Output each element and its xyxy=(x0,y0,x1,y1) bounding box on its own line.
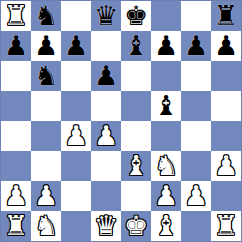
square-c3[interactable] xyxy=(61,151,91,181)
square-f8[interactable] xyxy=(151,1,181,31)
square-a1[interactable]: ♜ xyxy=(1,211,31,241)
square-d3[interactable] xyxy=(91,151,121,181)
square-e5[interactable] xyxy=(121,91,151,121)
square-e7[interactable]: ♝ xyxy=(121,31,151,61)
square-b5[interactable] xyxy=(31,91,61,121)
square-g8[interactable] xyxy=(181,1,211,31)
piece-white-pawn-icon[interactable]: ♟ xyxy=(94,121,118,151)
square-a7[interactable]: ♟ xyxy=(1,31,31,61)
square-f3[interactable]: ♞ xyxy=(151,151,181,181)
square-h6[interactable] xyxy=(211,61,241,91)
square-f6[interactable] xyxy=(151,61,181,91)
square-d2[interactable] xyxy=(91,181,121,211)
piece-white-king-icon[interactable]: ♚ xyxy=(124,211,148,241)
square-c6[interactable] xyxy=(61,61,91,91)
square-e2[interactable] xyxy=(121,181,151,211)
piece-black-pawn-icon[interactable]: ♟ xyxy=(4,31,28,61)
square-g5[interactable] xyxy=(181,91,211,121)
square-c1[interactable] xyxy=(61,211,91,241)
piece-black-knight-icon[interactable]: ♞ xyxy=(34,1,58,31)
square-f5[interactable]: ♝ xyxy=(151,91,181,121)
square-g7[interactable]: ♟ xyxy=(181,31,211,61)
square-a5[interactable] xyxy=(1,91,31,121)
square-b1[interactable]: ♞ xyxy=(31,211,61,241)
piece-black-knight-icon[interactable]: ♞ xyxy=(34,61,58,91)
piece-black-pawn-icon[interactable]: ♟ xyxy=(94,61,118,91)
piece-white-queen-icon[interactable]: ♛ xyxy=(94,211,118,241)
piece-white-rook-icon[interactable]: ♜ xyxy=(4,211,28,241)
piece-white-rook-icon[interactable]: ♜ xyxy=(4,1,28,31)
piece-black-king-icon[interactable]: ♚ xyxy=(124,1,148,31)
square-b7[interactable]: ♟ xyxy=(31,31,61,61)
square-a8[interactable]: ♜ xyxy=(1,1,31,31)
square-d5[interactable] xyxy=(91,91,121,121)
square-f4[interactable] xyxy=(151,121,181,151)
square-h3[interactable]: ♟ xyxy=(211,151,241,181)
square-e3[interactable]: ♝ xyxy=(121,151,151,181)
square-d8[interactable]: ♛ xyxy=(91,1,121,31)
chess-diagram: ♜♞♛♚♜♟♟♟♝♟♟♟♞♟♝♟♟♝♞♟♟♟♟♟♜♞♛♚♝♜ xyxy=(0,0,242,242)
piece-black-pawn-icon[interactable]: ♟ xyxy=(184,31,208,61)
square-b2[interactable]: ♟ xyxy=(31,181,61,211)
piece-white-bishop-icon[interactable]: ♝ xyxy=(154,211,178,241)
piece-white-pawn-icon[interactable]: ♟ xyxy=(64,121,88,151)
piece-black-pawn-icon[interactable]: ♟ xyxy=(64,31,88,61)
square-a3[interactable] xyxy=(1,151,31,181)
square-h2[interactable] xyxy=(211,181,241,211)
square-h1[interactable]: ♜ xyxy=(211,211,241,241)
square-c2[interactable] xyxy=(61,181,91,211)
square-h7[interactable]: ♟ xyxy=(211,31,241,61)
square-c4[interactable]: ♟ xyxy=(61,121,91,151)
piece-white-pawn-icon[interactable]: ♟ xyxy=(184,181,208,211)
piece-white-knight-icon[interactable]: ♞ xyxy=(34,211,58,241)
piece-white-pawn-icon[interactable]: ♟ xyxy=(214,151,238,181)
piece-black-pawn-icon[interactable]: ♟ xyxy=(214,31,238,61)
square-h8[interactable]: ♜ xyxy=(211,1,241,31)
square-g1[interactable] xyxy=(181,211,211,241)
piece-white-rook-icon[interactable]: ♜ xyxy=(214,211,238,241)
piece-black-rook-icon[interactable]: ♜ xyxy=(214,1,238,31)
piece-black-queen-icon[interactable]: ♛ xyxy=(94,1,118,31)
square-g3[interactable] xyxy=(181,151,211,181)
square-b6[interactable]: ♞ xyxy=(31,61,61,91)
square-f2[interactable]: ♟ xyxy=(151,181,181,211)
square-b8[interactable]: ♞ xyxy=(31,1,61,31)
piece-black-pawn-icon[interactable]: ♟ xyxy=(34,31,58,61)
square-f1[interactable]: ♝ xyxy=(151,211,181,241)
square-d1[interactable]: ♛ xyxy=(91,211,121,241)
square-h4[interactable] xyxy=(211,121,241,151)
square-a6[interactable] xyxy=(1,61,31,91)
square-f7[interactable]: ♟ xyxy=(151,31,181,61)
square-e4[interactable] xyxy=(121,121,151,151)
square-g2[interactable]: ♟ xyxy=(181,181,211,211)
piece-white-knight-icon[interactable]: ♞ xyxy=(154,151,178,181)
square-a4[interactable] xyxy=(1,121,31,151)
square-c8[interactable] xyxy=(61,1,91,31)
piece-white-pawn-icon[interactable]: ♟ xyxy=(154,181,178,211)
chess-board: ♜♞♛♚♜♟♟♟♝♟♟♟♞♟♝♟♟♝♞♟♟♟♟♟♜♞♛♚♝♜ xyxy=(0,0,242,242)
square-d4[interactable]: ♟ xyxy=(91,121,121,151)
square-b3[interactable] xyxy=(31,151,61,181)
square-d7[interactable] xyxy=(91,31,121,61)
square-e8[interactable]: ♚ xyxy=(121,1,151,31)
square-b4[interactable] xyxy=(31,121,61,151)
square-c5[interactable] xyxy=(61,91,91,121)
piece-black-bishop-icon[interactable]: ♝ xyxy=(124,31,148,61)
square-e6[interactable] xyxy=(121,61,151,91)
square-d6[interactable]: ♟ xyxy=(91,61,121,91)
square-g6[interactable] xyxy=(181,61,211,91)
square-g4[interactable] xyxy=(181,121,211,151)
square-e1[interactable]: ♚ xyxy=(121,211,151,241)
piece-white-pawn-icon[interactable]: ♟ xyxy=(4,181,28,211)
piece-black-pawn-icon[interactable]: ♟ xyxy=(154,31,178,61)
square-c7[interactable]: ♟ xyxy=(61,31,91,61)
square-h5[interactable] xyxy=(211,91,241,121)
piece-black-bishop-icon[interactable]: ♝ xyxy=(154,91,178,121)
piece-white-pawn-icon[interactable]: ♟ xyxy=(34,181,58,211)
piece-white-bishop-icon[interactable]: ♝ xyxy=(124,151,148,181)
square-a2[interactable]: ♟ xyxy=(1,181,31,211)
